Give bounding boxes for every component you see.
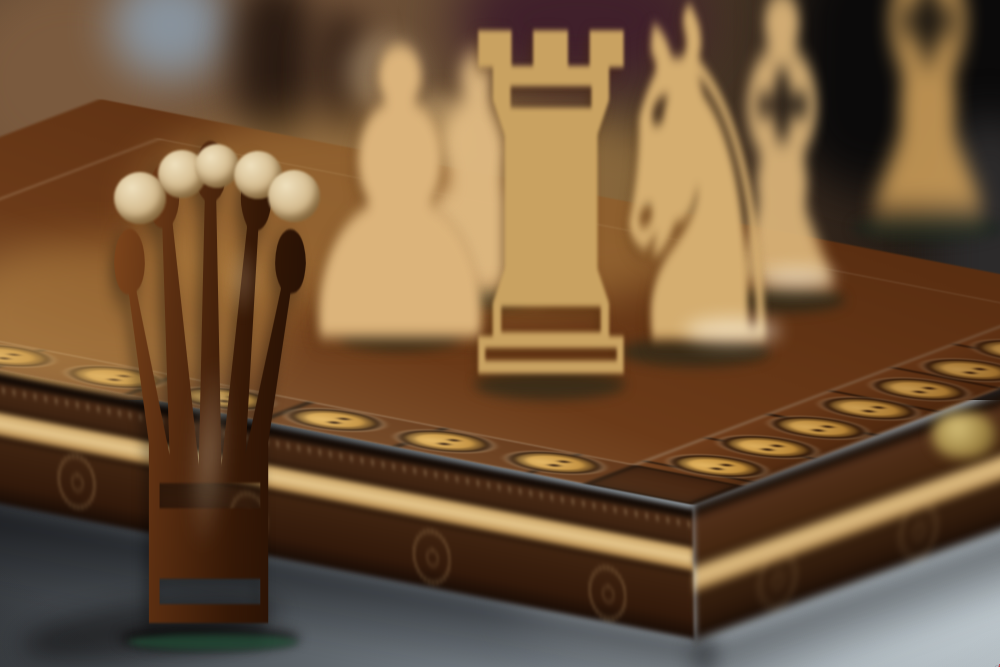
spiral-carving	[413, 526, 452, 587]
queen-crown-ball	[268, 170, 320, 222]
white-rook-piece: ♜	[435, 28, 667, 395]
watermark-suffix: co	[994, 661, 1000, 667]
queen-crown-highlight	[226, 240, 260, 320]
board-specular-highlight	[685, 318, 780, 344]
spiral-carving	[758, 546, 797, 614]
chess-photo-scene: ♟ ♟ ♜ ♞ ♝ ♝ ♛ rokr/co	[0, 0, 1000, 667]
brass-clasp	[932, 412, 996, 458]
queen-crown-ball	[195, 144, 239, 188]
spiral-carving	[588, 562, 627, 623]
